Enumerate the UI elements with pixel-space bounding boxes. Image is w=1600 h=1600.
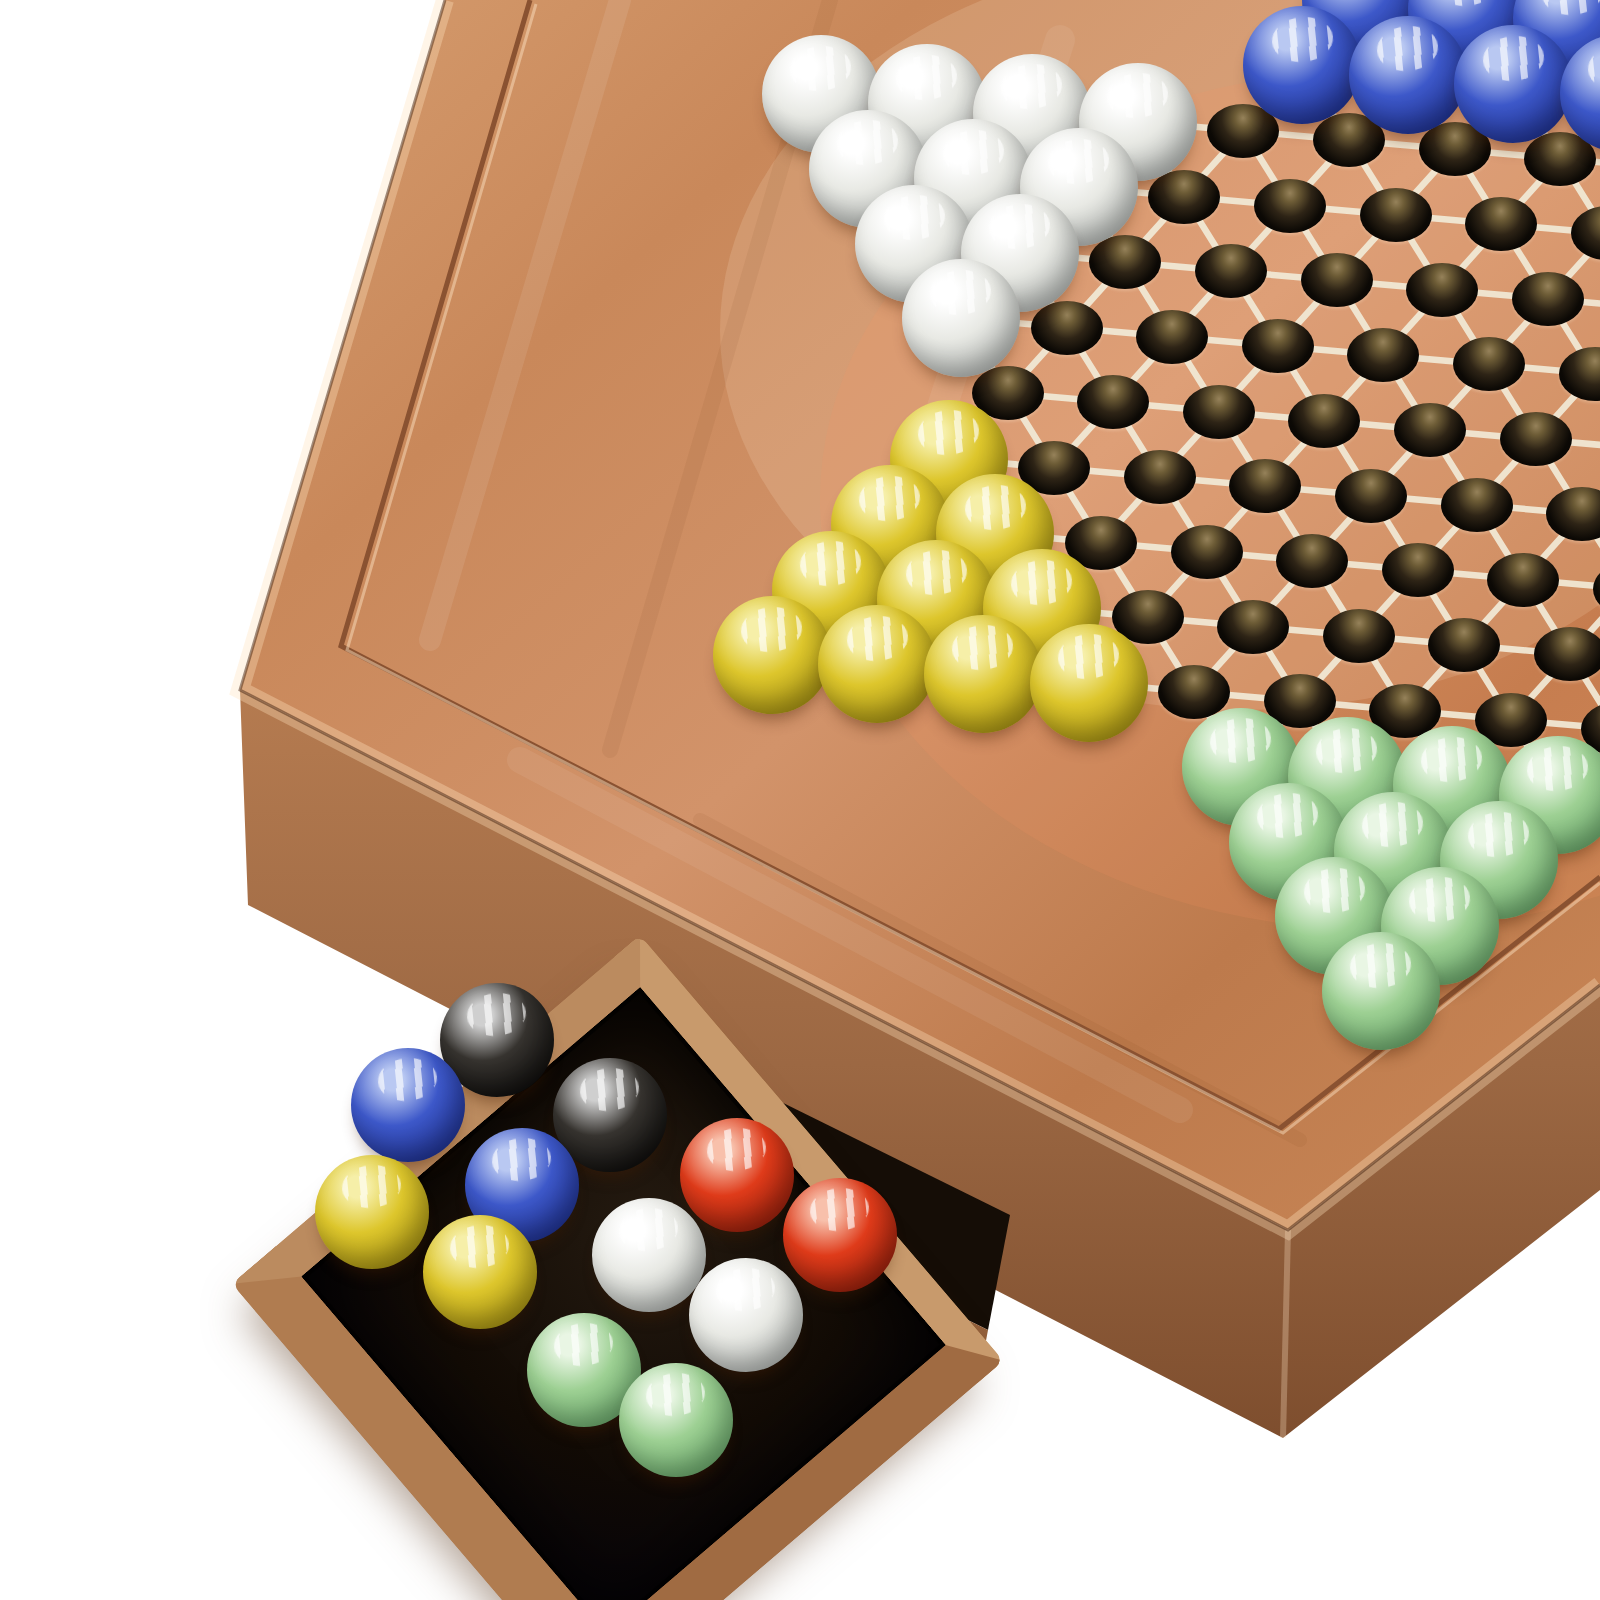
board-hole[interactable] [1512,272,1584,326]
board-hole[interactable] [1276,534,1348,588]
marble-white[interactable] [902,259,1020,377]
board-hole[interactable] [1428,618,1500,672]
marble-green[interactable] [1322,932,1440,1050]
board-hole[interactable] [1534,627,1600,681]
tray-marble-green[interactable] [619,1363,733,1477]
board-hole[interactable] [1394,403,1466,457]
tray-marble-red[interactable] [680,1118,794,1232]
tray-marble-white[interactable] [592,1198,706,1312]
board-hole[interactable] [1453,337,1525,391]
board-hole[interactable] [1301,253,1373,307]
tray-marble-yellow[interactable] [315,1155,429,1269]
scene [0,0,1600,1600]
marble-yellow[interactable] [713,596,831,714]
board-hole[interactable] [1217,600,1289,654]
board-hole[interactable] [1441,478,1513,532]
board-hole[interactable] [1195,244,1267,298]
tray-marble-yellow[interactable] [423,1215,537,1329]
board-hole[interactable] [1500,412,1572,466]
board-hole[interactable] [1335,469,1407,523]
tray-marble-white[interactable] [689,1258,803,1372]
board-hole[interactable] [1124,450,1196,504]
board-hole[interactable] [1487,553,1559,607]
marble-blue[interactable] [1243,6,1361,124]
board-hole[interactable] [1382,543,1454,597]
board-hole[interactable] [1077,375,1149,429]
board-hole[interactable] [1148,170,1220,224]
board-hole[interactable] [1031,301,1103,355]
marble-yellow[interactable] [1030,624,1148,742]
board-hole[interactable] [1089,235,1161,289]
board-hole[interactable] [1406,263,1478,317]
board-hole[interactable] [1465,197,1537,251]
board-hole[interactable] [1347,328,1419,382]
board-hole[interactable] [1242,319,1314,373]
board-hole[interactable] [1360,188,1432,242]
board-hole[interactable] [1254,179,1326,233]
board-hole[interactable] [1288,394,1360,448]
board-hole[interactable] [1136,310,1208,364]
board-hole[interactable] [1229,459,1301,513]
marble-yellow[interactable] [818,605,936,723]
tray-marble-red[interactable] [783,1178,897,1292]
tray-marble-blue[interactable] [351,1048,465,1162]
board-hole[interactable] [1323,609,1395,663]
marble-blue[interactable] [1349,16,1467,134]
board-hole[interactable] [1183,385,1255,439]
board-hole[interactable] [1171,525,1243,579]
marble-yellow[interactable] [924,615,1042,733]
marble-blue[interactable] [1454,25,1572,143]
